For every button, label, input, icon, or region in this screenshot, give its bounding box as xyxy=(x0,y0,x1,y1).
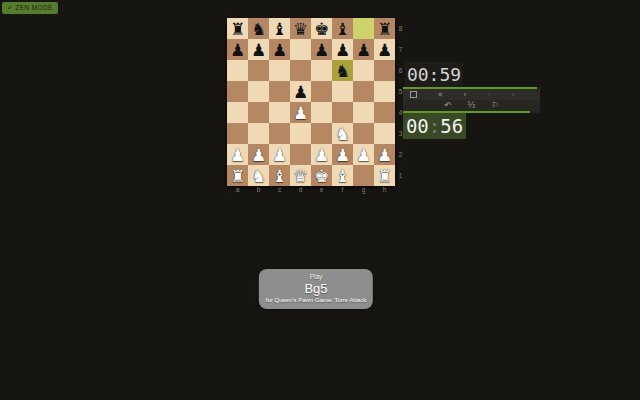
square-h7[interactable]: ♟ xyxy=(374,39,395,60)
square-f7[interactable]: ♟ xyxy=(332,39,353,60)
black-rook-h8[interactable]: ♜ xyxy=(374,18,395,39)
square-d2[interactable] xyxy=(290,144,311,165)
rank-label-8: 8 xyxy=(396,18,405,39)
square-h8[interactable]: ♜ xyxy=(374,18,395,39)
white-pawn-f2[interactable]: ♟ xyxy=(332,144,353,165)
square-e2[interactable]: ♟ xyxy=(311,144,332,165)
square-h1[interactable]: ♜ xyxy=(374,165,395,186)
square-b7[interactable]: ♟ xyxy=(248,39,269,60)
black-pawn-c7[interactable]: ♟ xyxy=(269,39,290,60)
opponent-clock-time: 00:59 xyxy=(407,64,461,85)
hint-move: Bg5 xyxy=(266,281,366,296)
first-move-icon[interactable]: « xyxy=(438,90,443,100)
zen-mode-label: ZEN MODE xyxy=(15,4,53,11)
square-b4[interactable] xyxy=(248,102,269,123)
black-king-e8[interactable]: ♚ xyxy=(311,18,332,39)
file-label-c: c xyxy=(269,185,290,194)
square-b5[interactable] xyxy=(248,81,269,102)
file-label-e: e xyxy=(311,185,332,194)
square-h6[interactable] xyxy=(374,60,395,81)
square-f6[interactable]: ♞ xyxy=(332,60,353,81)
square-c6[interactable] xyxy=(269,60,290,81)
app-background: ✓ZEN MODE ♜♞♝♛♚♝♜♟♟♟♟♟♟♟♞♟♟♞♟♟♟♟♟♟♟♜♞♝♛♚… xyxy=(0,0,640,400)
square-f2[interactable]: ♟ xyxy=(332,144,353,165)
game-controls: «‹›» ↶½⚐ xyxy=(403,89,540,111)
file-label-f: f xyxy=(332,185,353,194)
white-queen-d1[interactable]: ♛ xyxy=(290,165,311,186)
move-nav-controls: «‹›» xyxy=(403,89,540,100)
square-e8[interactable]: ♚ xyxy=(311,18,332,39)
square-g4[interactable] xyxy=(353,102,374,123)
white-rook-a1[interactable]: ♜ xyxy=(227,165,248,186)
black-bishop-f8[interactable]: ♝ xyxy=(332,18,353,39)
file-label-a: a xyxy=(227,185,248,194)
black-pawn-g7[interactable]: ♟ xyxy=(353,39,374,60)
rank-label-1: 1 xyxy=(396,165,405,186)
square-d5[interactable]: ♟ xyxy=(290,81,311,102)
chess-board[interactable]: ♜♞♝♛♚♝♜♟♟♟♟♟♟♟♞♟♟♞♟♟♟♟♟♟♟♜♞♝♛♚♝♜ xyxy=(227,18,395,186)
square-g8[interactable] xyxy=(353,18,374,39)
square-b8[interactable]: ♞ xyxy=(248,18,269,39)
file-label-h: h xyxy=(374,185,395,194)
black-knight-b8[interactable]: ♞ xyxy=(248,18,269,39)
square-b3[interactable] xyxy=(248,123,269,144)
white-pawn-e2[interactable]: ♟ xyxy=(311,144,332,165)
player-clock: 00:56 xyxy=(403,113,466,139)
file-label-g: g xyxy=(353,185,374,194)
previous-move-icon[interactable]: ‹ xyxy=(463,90,466,100)
analysis-board-icon[interactable] xyxy=(410,91,417,98)
square-f8[interactable]: ♝ xyxy=(332,18,353,39)
square-f4[interactable] xyxy=(332,102,353,123)
white-bishop-f1[interactable]: ♝ xyxy=(332,165,353,186)
white-king-e1[interactable]: ♚ xyxy=(311,165,332,186)
next-move-icon[interactable]: › xyxy=(487,90,490,100)
white-pawn-g2[interactable]: ♟ xyxy=(353,144,374,165)
black-pawn-h7[interactable]: ♟ xyxy=(374,39,395,60)
square-c7[interactable]: ♟ xyxy=(269,39,290,60)
player-clock-colon: : xyxy=(429,115,440,137)
move-hint-tooltip: Play Bg5 for Queen's Pawn Game: Torre At… xyxy=(259,269,373,309)
hint-opening-name: for Queen's Pawn Game: Torre Attack xyxy=(266,296,366,305)
square-g7[interactable]: ♟ xyxy=(353,39,374,60)
square-a3[interactable] xyxy=(227,123,248,144)
square-c2[interactable]: ♟ xyxy=(269,144,290,165)
square-h2[interactable]: ♟ xyxy=(374,144,395,165)
square-a6[interactable] xyxy=(227,60,248,81)
white-bishop-c1[interactable]: ♝ xyxy=(269,165,290,186)
square-b1[interactable]: ♞ xyxy=(248,165,269,186)
rank-label-7: 7 xyxy=(396,39,405,60)
hint-action-label: Play xyxy=(266,272,366,281)
zen-mode-button[interactable]: ✓ZEN MODE xyxy=(2,2,58,14)
square-b6[interactable] xyxy=(248,60,269,81)
square-d1[interactable]: ♛ xyxy=(290,165,311,186)
file-coords: abcdefgh xyxy=(227,185,395,193)
square-c1[interactable]: ♝ xyxy=(269,165,290,186)
square-a2[interactable]: ♟ xyxy=(227,144,248,165)
square-a7[interactable]: ♟ xyxy=(227,39,248,60)
square-d4[interactable]: ♟ xyxy=(290,102,311,123)
check-icon: ✓ xyxy=(7,4,13,11)
black-queen-d8[interactable]: ♛ xyxy=(290,18,311,39)
black-pawn-b7[interactable]: ♟ xyxy=(248,39,269,60)
rank-label-2: 2 xyxy=(396,144,405,165)
resign-flag-icon[interactable]: ⚐ xyxy=(491,100,499,111)
player-clock-minutes: 00 xyxy=(406,115,429,137)
square-g2[interactable]: ♟ xyxy=(353,144,374,165)
square-a8[interactable]: ♜ xyxy=(227,18,248,39)
square-e7[interactable]: ♟ xyxy=(311,39,332,60)
white-pawn-a2[interactable]: ♟ xyxy=(227,144,248,165)
black-bishop-c8[interactable]: ♝ xyxy=(269,18,290,39)
white-knight-f3[interactable]: ♞ xyxy=(332,123,353,144)
white-pawn-d4[interactable]: ♟ xyxy=(290,102,311,123)
square-d7[interactable] xyxy=(290,39,311,60)
square-g6[interactable] xyxy=(353,60,374,81)
square-h4[interactable] xyxy=(374,102,395,123)
square-g5[interactable] xyxy=(353,81,374,102)
square-a1[interactable]: ♜ xyxy=(227,165,248,186)
square-e3[interactable] xyxy=(311,123,332,144)
white-pawn-b2[interactable]: ♟ xyxy=(248,144,269,165)
black-pawn-d5[interactable]: ♟ xyxy=(290,81,311,102)
square-f5[interactable] xyxy=(332,81,353,102)
square-a5[interactable] xyxy=(227,81,248,102)
square-b2[interactable]: ♟ xyxy=(248,144,269,165)
square-h5[interactable] xyxy=(374,81,395,102)
square-c8[interactable]: ♝ xyxy=(269,18,290,39)
square-a4[interactable] xyxy=(227,102,248,123)
action-controls: ↶½⚐ xyxy=(403,100,540,111)
square-d8[interactable]: ♛ xyxy=(290,18,311,39)
square-d6[interactable] xyxy=(290,60,311,81)
square-c5[interactable] xyxy=(269,81,290,102)
square-c3[interactable] xyxy=(269,123,290,144)
square-e6[interactable] xyxy=(311,60,332,81)
square-e5[interactable] xyxy=(311,81,332,102)
file-label-d: d xyxy=(290,185,311,194)
black-knight-f6[interactable]: ♞ xyxy=(332,60,353,81)
game-side-panel: 00:59 «‹›» ↶½⚐ 00:56 xyxy=(403,62,540,139)
draw-offer-icon[interactable]: ½ xyxy=(467,100,475,111)
opponent-clock: 00:59 xyxy=(405,62,463,87)
black-pawn-f7[interactable]: ♟ xyxy=(332,39,353,60)
player-clock-seconds: 56 xyxy=(440,115,463,137)
black-pawn-a7[interactable]: ♟ xyxy=(227,39,248,60)
white-pawn-c2[interactable]: ♟ xyxy=(269,144,290,165)
black-rook-a8[interactable]: ♜ xyxy=(227,18,248,39)
white-knight-b1[interactable]: ♞ xyxy=(248,165,269,186)
square-e1[interactable]: ♚ xyxy=(311,165,332,186)
last-move-icon[interactable]: » xyxy=(511,90,516,100)
square-e4[interactable] xyxy=(311,102,332,123)
square-f1[interactable]: ♝ xyxy=(332,165,353,186)
square-g3[interactable] xyxy=(353,123,374,144)
white-pawn-h2[interactable]: ♟ xyxy=(374,144,395,165)
black-pawn-e7[interactable]: ♟ xyxy=(311,39,332,60)
white-rook-h1[interactable]: ♜ xyxy=(374,165,395,186)
square-d3[interactable] xyxy=(290,123,311,144)
square-g1[interactable] xyxy=(353,165,374,186)
square-c4[interactable] xyxy=(269,102,290,123)
square-h3[interactable] xyxy=(374,123,395,144)
file-label-b: b xyxy=(248,185,269,194)
square-f3[interactable]: ♞ xyxy=(332,123,353,144)
takeback-icon[interactable]: ↶ xyxy=(444,100,451,111)
